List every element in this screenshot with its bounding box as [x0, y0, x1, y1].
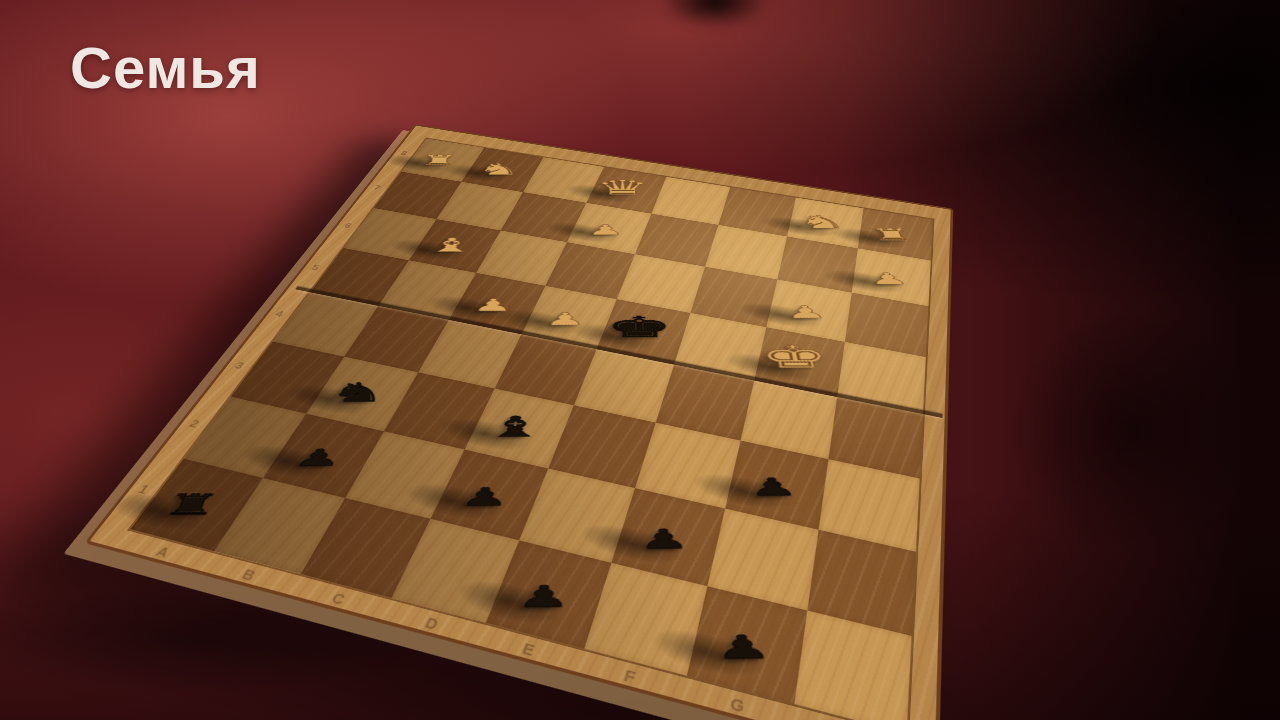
file-label-B: B — [239, 566, 259, 584]
rank-label-1: 1 — [136, 481, 153, 496]
chess-board: ABCDEFGH12345678 ♜♞♛♞♜♟♟♝♟♟♟♚♚♞♝♟♟♟♟♜♟♟ — [84, 124, 953, 720]
file-label-F: F — [622, 666, 637, 687]
file-label-A: A — [153, 543, 173, 560]
rank-label-7: 7 — [372, 184, 383, 192]
file-label-C: C — [329, 590, 348, 609]
rank-label-3: 3 — [233, 359, 247, 371]
rank-label-6: 6 — [342, 221, 353, 229]
rank-label-5: 5 — [310, 262, 322, 271]
file-label-G: G — [729, 694, 746, 716]
file-label-E: E — [520, 640, 537, 660]
scene: ABCDEFGH12345678 ♜♞♛♞♜♟♟♝♟♟♟♚♚♞♝♟♟♟♟♜♟♟ — [0, 0, 1280, 720]
file-label-D: D — [422, 614, 440, 633]
rank-label-4: 4 — [273, 308, 286, 318]
rank-label-2: 2 — [187, 417, 203, 430]
